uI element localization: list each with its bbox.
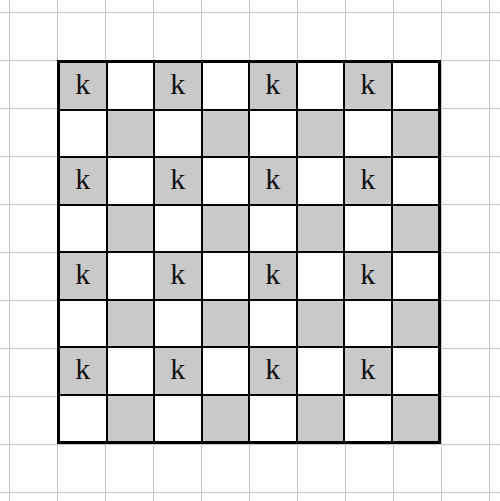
board-cell-r3c2[interactable] [108,158,154,204]
board-cell-r1c1[interactable]: k [60,63,106,109]
board-cell-r4c5[interactable] [250,206,296,252]
board-cell-r7c1[interactable]: k [60,348,106,394]
king-piece-label: k [265,69,280,99]
king-piece-label: k [265,259,280,289]
board-cell-r7c7[interactable]: k [345,348,391,394]
king-piece-label: k [265,354,280,384]
board-cell-r6c4[interactable] [203,301,249,347]
board-cell-r5c1[interactable]: k [60,253,106,299]
king-piece-label: k [170,164,185,194]
board-cell-r8c6[interactable] [298,396,344,442]
board-cell-r1c3[interactable]: k [155,63,201,109]
board-cell-r7c2[interactable] [108,348,154,394]
graph-paper-background: kkkkkkkkkkkkkkkk [0,0,500,501]
board-cell-r3c5[interactable]: k [250,158,296,204]
board-cell-r8c8[interactable] [393,396,439,442]
board-cell-r1c4[interactable] [203,63,249,109]
board-cell-r2c6[interactable] [298,111,344,157]
king-piece-label: k [75,259,90,289]
king-piece-label: k [360,164,375,194]
board-cell-r8c5[interactable] [250,396,296,442]
board-cell-r7c5[interactable]: k [250,348,296,394]
board-cell-r6c7[interactable] [345,301,391,347]
board-cell-r5c3[interactable]: k [155,253,201,299]
king-piece-label: k [170,259,185,289]
board-cell-r3c8[interactable] [393,158,439,204]
board-cell-r6c6[interactable] [298,301,344,347]
board-cell-r4c8[interactable] [393,206,439,252]
board-cell-r1c8[interactable] [393,63,439,109]
board-cell-r8c1[interactable] [60,396,106,442]
board-cell-r5c5[interactable]: k [250,253,296,299]
board-cell-r2c1[interactable] [60,111,106,157]
board-cell-r3c1[interactable]: k [60,158,106,204]
board-cell-r6c2[interactable] [108,301,154,347]
checkerboard: kkkkkkkkkkkkkkkk [57,60,441,444]
king-piece-label: k [170,69,185,99]
board-cell-r2c4[interactable] [203,111,249,157]
board-cell-r8c7[interactable] [345,396,391,442]
board-cell-r4c2[interactable] [108,206,154,252]
board-cell-r8c4[interactable] [203,396,249,442]
board-cell-r2c3[interactable] [155,111,201,157]
board-cell-r5c4[interactable] [203,253,249,299]
king-piece-label: k [75,164,90,194]
board-cell-r2c5[interactable] [250,111,296,157]
king-piece-label: k [265,164,280,194]
board-cell-r2c8[interactable] [393,111,439,157]
king-piece-label: k [360,259,375,289]
board-cell-r6c3[interactable] [155,301,201,347]
board-cell-r4c7[interactable] [345,206,391,252]
board-cell-r7c4[interactable] [203,348,249,394]
board-cell-r1c2[interactable] [108,63,154,109]
board-cell-r3c7[interactable]: k [345,158,391,204]
board-cell-r3c4[interactable] [203,158,249,204]
board-cell-r4c1[interactable] [60,206,106,252]
board-cell-r7c8[interactable] [393,348,439,394]
board-cell-r8c3[interactable] [155,396,201,442]
board-cell-r4c4[interactable] [203,206,249,252]
board-cell-r3c6[interactable] [298,158,344,204]
board-cell-r1c5[interactable]: k [250,63,296,109]
board-cell-r5c8[interactable] [393,253,439,299]
board-cell-r5c2[interactable] [108,253,154,299]
board-cell-r4c6[interactable] [298,206,344,252]
king-piece-label: k [170,354,185,384]
king-piece-label: k [360,69,375,99]
board-cell-r6c1[interactable] [60,301,106,347]
board-cell-r6c8[interactable] [393,301,439,347]
board-cell-r1c7[interactable]: k [345,63,391,109]
board-cell-r2c7[interactable] [345,111,391,157]
board-cell-r2c2[interactable] [108,111,154,157]
king-piece-label: k [75,69,90,99]
board-cell-r5c7[interactable]: k [345,253,391,299]
board-cell-r5c6[interactable] [298,253,344,299]
board-cell-r8c2[interactable] [108,396,154,442]
board-cell-r3c3[interactable]: k [155,158,201,204]
king-piece-label: k [75,354,90,384]
king-piece-label: k [360,354,375,384]
board-cell-r4c3[interactable] [155,206,201,252]
board-cell-r7c6[interactable] [298,348,344,394]
board-cell-r7c3[interactable]: k [155,348,201,394]
board-cell-r1c6[interactable] [298,63,344,109]
board-cell-r6c5[interactable] [250,301,296,347]
